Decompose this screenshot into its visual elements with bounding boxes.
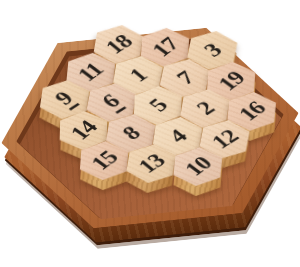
piece-number: 2 [192, 98, 218, 118]
piece-number: 1 [125, 65, 151, 85]
piece-number: 4 [165, 126, 191, 146]
piece-number: 7 [172, 68, 198, 88]
puzzle-piece-13[interactable]: 13 [123, 142, 178, 195]
piece-number: 14 [66, 117, 101, 142]
piece-number: 3 [199, 40, 225, 60]
piece-number: 9 [50, 89, 79, 111]
piece-number: 5 [144, 96, 171, 115]
piece-number: 13 [133, 151, 168, 176]
piece-number: 10 [180, 154, 215, 179]
piece-cluster: 18173111719965216148412151310 [0, 0, 300, 222]
piece-number: 15 [86, 148, 121, 173]
puzzle-piece-10[interactable]: 10 [171, 146, 223, 197]
board-plane: 18173111719965216148412151310 [0, 6, 300, 250]
puzzle-photo: 18173111719965216148412151310 [0, 0, 300, 267]
puzzle-piece-15[interactable]: 15 [78, 140, 128, 191]
piece-number: 8 [118, 123, 144, 143]
